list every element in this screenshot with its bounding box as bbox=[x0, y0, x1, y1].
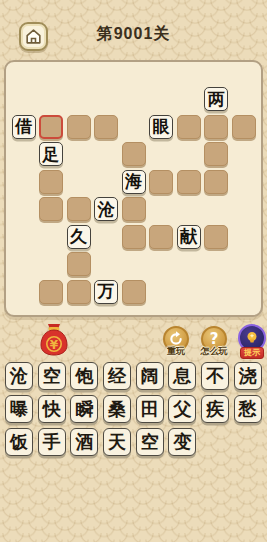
board-cell-empty-r3c7[interactable] bbox=[204, 170, 228, 194]
board-cell-empty-r7c2[interactable] bbox=[67, 280, 91, 304]
tray-tile-息[interactable]: 息 bbox=[168, 362, 196, 390]
board-cell-empty-r1c3[interactable] bbox=[94, 115, 118, 139]
board-cell-given-r5c2: 久 bbox=[67, 225, 91, 249]
board-cell-given-r4c3: 沧 bbox=[94, 197, 118, 221]
level-title: 第9001关 bbox=[0, 24, 267, 45]
game-screen: 第9001关 两借眼足海沧久献万 ¥ 重玩 ? 怎么玩 bbox=[0, 0, 267, 542]
board-cell-empty-r4c1[interactable] bbox=[39, 197, 63, 221]
tray-tile-父[interactable]: 父 bbox=[168, 395, 196, 423]
money-bag-button[interactable]: ¥ bbox=[38, 322, 70, 356]
board-panel: 两借眼足海沧久献万 bbox=[4, 60, 263, 317]
tray-tile-桑[interactable]: 桑 bbox=[103, 395, 131, 423]
tray-tile-经[interactable]: 经 bbox=[103, 362, 131, 390]
board-cell-empty-r2c4[interactable] bbox=[122, 142, 146, 166]
board-cell-empty-r4c2[interactable] bbox=[67, 197, 91, 221]
board-cell-empty-r7c4[interactable] bbox=[122, 280, 146, 304]
tray-tile-曝[interactable]: 曝 bbox=[5, 395, 33, 423]
svg-text:¥: ¥ bbox=[50, 338, 59, 352]
board-cell-given-r1c5: 眼 bbox=[149, 115, 173, 139]
board-cell-empty-r5c5[interactable] bbox=[149, 225, 173, 249]
tile-tray: 沧空饱经阔息不浇曝快瞬桑田父疾愁饭手酒天空变 bbox=[0, 362, 267, 461]
board-cell-given-r1c0: 借 bbox=[12, 115, 36, 139]
hint-label: 提示 bbox=[240, 347, 264, 359]
board-cell-given-r0c7: 两 bbox=[204, 87, 228, 111]
tray-tile-饭[interactable]: 饭 bbox=[5, 428, 33, 456]
board-cell-empty-r5c4[interactable] bbox=[122, 225, 146, 249]
board-cell-empty-r1c8[interactable] bbox=[232, 115, 256, 139]
tray-tile-手[interactable]: 手 bbox=[38, 428, 66, 456]
board-cell-given-r2c1: 足 bbox=[39, 142, 63, 166]
tray-tile-瞬[interactable]: 瞬 bbox=[70, 395, 98, 423]
tray-tile-变[interactable]: 变 bbox=[168, 428, 196, 456]
board-cell-empty-r4c4[interactable] bbox=[122, 197, 146, 221]
tray-tile-酒[interactable]: 酒 bbox=[70, 428, 98, 456]
tray-row-2: 饭手酒天空变 bbox=[5, 428, 267, 456]
tray-tile-沧[interactable]: 沧 bbox=[5, 362, 33, 390]
tray-tile-空[interactable]: 空 bbox=[38, 362, 66, 390]
board-cell-empty-r1c6[interactable] bbox=[177, 115, 201, 139]
tray-row-0: 沧空饱经阔息不浇 bbox=[5, 362, 267, 390]
money-bag-icon: ¥ bbox=[38, 322, 70, 356]
board-cell-empty-r5c7[interactable] bbox=[204, 225, 228, 249]
tray-tile-阔[interactable]: 阔 bbox=[136, 362, 164, 390]
board-cell-given-r3c4: 海 bbox=[122, 170, 146, 194]
board-cell-selected-r1c1[interactable] bbox=[39, 115, 63, 139]
board-cell-empty-r1c2[interactable] bbox=[67, 115, 91, 139]
tray-row-1: 曝快瞬桑田父疾愁 bbox=[5, 395, 267, 423]
board-cell-empty-r3c5[interactable] bbox=[149, 170, 173, 194]
board-cell-empty-r3c6[interactable] bbox=[177, 170, 201, 194]
board-cell-empty-r1c7[interactable] bbox=[204, 115, 228, 139]
tray-tile-快[interactable]: 快 bbox=[38, 395, 66, 423]
replay-label: 重玩 bbox=[167, 345, 185, 358]
tray-tile-浇[interactable]: 浇 bbox=[234, 362, 262, 390]
tray-tile-不[interactable]: 不 bbox=[201, 362, 229, 390]
board-cell-empty-r2c7[interactable] bbox=[204, 142, 228, 166]
how-to-play-label: 怎么玩 bbox=[201, 345, 228, 358]
tray-tile-愁[interactable]: 愁 bbox=[234, 395, 262, 423]
tray-tile-疾[interactable]: 疾 bbox=[201, 395, 229, 423]
board-cell-empty-r6c2[interactable] bbox=[67, 252, 91, 276]
tray-tile-空[interactable]: 空 bbox=[136, 428, 164, 456]
hint-button[interactable]: 提示 bbox=[230, 326, 267, 362]
idiom-crossword-grid: 两借眼足海沧久献万 bbox=[12, 87, 256, 304]
tray-tile-田[interactable]: 田 bbox=[136, 395, 164, 423]
board-cell-given-r7c3: 万 bbox=[94, 280, 118, 304]
board-cell-given-r5c6: 献 bbox=[177, 225, 201, 249]
board-cell-empty-r3c1[interactable] bbox=[39, 170, 63, 194]
tray-tile-天[interactable]: 天 bbox=[103, 428, 131, 456]
board-cell-empty-r7c1[interactable] bbox=[39, 280, 63, 304]
tray-tile-饱[interactable]: 饱 bbox=[70, 362, 98, 390]
